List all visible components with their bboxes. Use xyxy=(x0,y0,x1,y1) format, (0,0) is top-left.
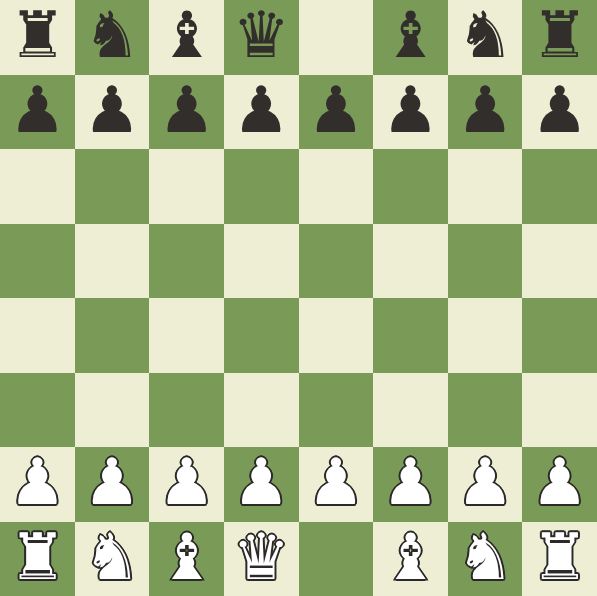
white-knight[interactable]: ♞ xyxy=(83,525,140,589)
square-b7[interactable]: ♟ xyxy=(75,75,150,150)
black-queen[interactable]: ♛ xyxy=(233,3,290,67)
square-f3[interactable] xyxy=(373,373,448,448)
black-pawn[interactable]: ♟ xyxy=(9,78,66,142)
square-c8[interactable]: ♝ xyxy=(149,0,224,75)
square-h2[interactable]: ♟ xyxy=(522,447,597,522)
black-pawn[interactable]: ♟ xyxy=(307,78,364,142)
black-knight[interactable]: ♞ xyxy=(456,3,513,67)
square-h4[interactable] xyxy=(522,298,597,373)
square-f4[interactable] xyxy=(373,298,448,373)
white-knight[interactable]: ♞ xyxy=(456,525,513,589)
square-h6[interactable] xyxy=(522,149,597,224)
square-h3[interactable] xyxy=(522,373,597,448)
square-a1[interactable]: ♜ xyxy=(0,522,75,596)
white-rook[interactable]: ♜ xyxy=(9,525,66,589)
square-d6[interactable] xyxy=(224,149,299,224)
black-bishop[interactable]: ♝ xyxy=(382,3,439,67)
black-pawn[interactable]: ♟ xyxy=(456,78,513,142)
white-pawn[interactable]: ♟ xyxy=(531,450,588,514)
white-rook[interactable]: ♜ xyxy=(531,525,588,589)
square-d5[interactable] xyxy=(224,224,299,299)
square-f6[interactable] xyxy=(373,149,448,224)
square-g2[interactable]: ♟ xyxy=(448,447,523,522)
white-pawn[interactable]: ♟ xyxy=(307,450,364,514)
square-h7[interactable]: ♟ xyxy=(522,75,597,150)
square-b3[interactable] xyxy=(75,373,150,448)
square-b4[interactable] xyxy=(75,298,150,373)
square-f1[interactable]: ♝ xyxy=(373,522,448,596)
square-a3[interactable] xyxy=(0,373,75,448)
square-e2[interactable]: ♟ xyxy=(299,447,374,522)
square-f2[interactable]: ♟ xyxy=(373,447,448,522)
black-rook[interactable]: ♜ xyxy=(9,3,66,67)
square-e5[interactable] xyxy=(299,224,374,299)
square-g5[interactable] xyxy=(448,224,523,299)
black-pawn[interactable]: ♟ xyxy=(382,78,439,142)
square-g7[interactable]: ♟ xyxy=(448,75,523,150)
square-c1[interactable]: ♝ xyxy=(149,522,224,596)
square-a8[interactable]: ♜ xyxy=(0,0,75,75)
square-b6[interactable] xyxy=(75,149,150,224)
black-pawn[interactable]: ♟ xyxy=(233,78,290,142)
square-b2[interactable]: ♟ xyxy=(75,447,150,522)
square-e3[interactable] xyxy=(299,373,374,448)
white-pawn[interactable]: ♟ xyxy=(9,450,66,514)
square-d2[interactable]: ♟ xyxy=(224,447,299,522)
black-pawn[interactable]: ♟ xyxy=(83,78,140,142)
square-c5[interactable] xyxy=(149,224,224,299)
square-b5[interactable] xyxy=(75,224,150,299)
square-d1[interactable]: ♛ xyxy=(224,522,299,596)
square-g4[interactable] xyxy=(448,298,523,373)
square-b8[interactable]: ♞ xyxy=(75,0,150,75)
square-c2[interactable]: ♟ xyxy=(149,447,224,522)
black-knight[interactable]: ♞ xyxy=(83,3,140,67)
square-d3[interactable] xyxy=(224,373,299,448)
square-c3[interactable] xyxy=(149,373,224,448)
black-pawn[interactable]: ♟ xyxy=(531,78,588,142)
square-e6[interactable] xyxy=(299,149,374,224)
square-h5[interactable] xyxy=(522,224,597,299)
square-e4[interactable] xyxy=(299,298,374,373)
white-pawn[interactable]: ♟ xyxy=(382,450,439,514)
square-c4[interactable] xyxy=(149,298,224,373)
square-d4[interactable] xyxy=(224,298,299,373)
white-bishop[interactable]: ♝ xyxy=(382,525,439,589)
square-c6[interactable] xyxy=(149,149,224,224)
chess-board: ♜♞♝♛♝♞♜♟♟♟♟♟♟♟♟♟♟♟♟♟♟♟♟♜♞♝♛♝♞♜ xyxy=(0,0,597,596)
square-h1[interactable]: ♜ xyxy=(522,522,597,596)
square-f7[interactable]: ♟ xyxy=(373,75,448,150)
black-rook[interactable]: ♜ xyxy=(531,3,588,67)
square-b1[interactable]: ♞ xyxy=(75,522,150,596)
white-pawn[interactable]: ♟ xyxy=(456,450,513,514)
square-g1[interactable]: ♞ xyxy=(448,522,523,596)
white-pawn[interactable]: ♟ xyxy=(158,450,215,514)
square-a4[interactable] xyxy=(0,298,75,373)
square-f5[interactable] xyxy=(373,224,448,299)
square-d7[interactable]: ♟ xyxy=(224,75,299,150)
square-a6[interactable] xyxy=(0,149,75,224)
square-f8[interactable]: ♝ xyxy=(373,0,448,75)
white-bishop[interactable]: ♝ xyxy=(158,525,215,589)
white-pawn[interactable]: ♟ xyxy=(83,450,140,514)
square-e8[interactable] xyxy=(299,0,374,75)
square-a7[interactable]: ♟ xyxy=(0,75,75,150)
square-g3[interactable] xyxy=(448,373,523,448)
black-bishop[interactable]: ♝ xyxy=(158,3,215,67)
square-a5[interactable] xyxy=(0,224,75,299)
square-g8[interactable]: ♞ xyxy=(448,0,523,75)
square-c7[interactable]: ♟ xyxy=(149,75,224,150)
square-e7[interactable]: ♟ xyxy=(299,75,374,150)
square-d8[interactable]: ♛ xyxy=(224,0,299,75)
white-queen[interactable]: ♛ xyxy=(233,525,290,589)
square-a2[interactable]: ♟ xyxy=(0,447,75,522)
square-h8[interactable]: ♜ xyxy=(522,0,597,75)
square-e1[interactable] xyxy=(299,522,374,596)
black-pawn[interactable]: ♟ xyxy=(158,78,215,142)
square-g6[interactable] xyxy=(448,149,523,224)
white-pawn[interactable]: ♟ xyxy=(233,450,290,514)
